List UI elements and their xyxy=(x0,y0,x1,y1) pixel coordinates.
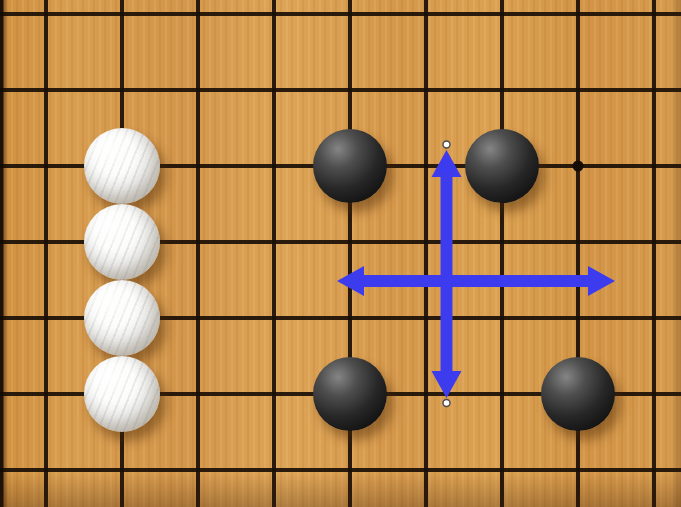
direction-arrows-layer xyxy=(0,0,681,507)
vertical-double-arrow xyxy=(432,150,462,398)
horizontal-double-arrow xyxy=(337,266,615,296)
arrow-tip-dot xyxy=(443,400,450,407)
arrow-tip-dot xyxy=(443,141,450,148)
go-board xyxy=(0,0,681,507)
